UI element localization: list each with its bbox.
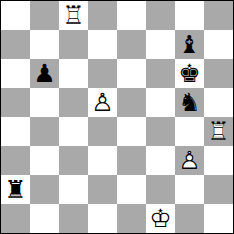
black-rook-glyph: ♜ <box>1 175 30 204</box>
white-rook-glyph: ♖ <box>59 1 88 30</box>
black-pawn-glyph: ♟ <box>30 59 59 88</box>
square-e1[interactable] <box>117 204 146 233</box>
square-a5[interactable] <box>1 88 30 117</box>
square-g4[interactable] <box>175 117 204 146</box>
square-g7[interactable]: ♝ <box>175 30 204 59</box>
square-c1[interactable] <box>59 204 88 233</box>
piece-white-pawn[interactable]: ♟♙ <box>88 88 117 117</box>
square-c4[interactable] <box>59 117 88 146</box>
square-h6[interactable] <box>204 59 233 88</box>
square-d2[interactable] <box>88 175 117 204</box>
black-knight-glyph: ♞ <box>175 88 204 117</box>
square-b2[interactable] <box>30 175 59 204</box>
square-f5[interactable] <box>146 88 175 117</box>
square-d3[interactable] <box>88 146 117 175</box>
piece-black-king[interactable]: ♚ <box>175 59 204 88</box>
square-g3[interactable]: ♟♙ <box>175 146 204 175</box>
square-a8[interactable] <box>1 1 30 30</box>
square-e7[interactable] <box>117 30 146 59</box>
square-e8[interactable] <box>117 1 146 30</box>
square-f8[interactable] <box>146 1 175 30</box>
black-bishop-glyph: ♝ <box>175 30 204 59</box>
square-g6[interactable]: ♚ <box>175 59 204 88</box>
square-f1[interactable]: ♚♔ <box>146 204 175 233</box>
square-f3[interactable] <box>146 146 175 175</box>
square-h7[interactable] <box>204 30 233 59</box>
square-c5[interactable] <box>59 88 88 117</box>
square-f6[interactable] <box>146 59 175 88</box>
piece-black-pawn[interactable]: ♟ <box>30 59 59 88</box>
square-d6[interactable] <box>88 59 117 88</box>
white-rook-glyph: ♖ <box>204 117 233 146</box>
square-g1[interactable] <box>175 204 204 233</box>
square-e5[interactable] <box>117 88 146 117</box>
square-h3[interactable] <box>204 146 233 175</box>
square-c2[interactable] <box>59 175 88 204</box>
square-c7[interactable] <box>59 30 88 59</box>
square-b6[interactable]: ♟ <box>30 59 59 88</box>
square-h5[interactable] <box>204 88 233 117</box>
square-d5[interactable]: ♟♙ <box>88 88 117 117</box>
square-h1[interactable] <box>204 204 233 233</box>
piece-black-knight[interactable]: ♞ <box>175 88 204 117</box>
square-f7[interactable] <box>146 30 175 59</box>
square-b1[interactable] <box>30 204 59 233</box>
square-f2[interactable] <box>146 175 175 204</box>
square-g8[interactable] <box>175 1 204 30</box>
piece-white-pawn[interactable]: ♟♙ <box>175 146 204 175</box>
square-h2[interactable] <box>204 175 233 204</box>
white-pawn-glyph: ♙ <box>175 146 204 175</box>
square-h8[interactable] <box>204 1 233 30</box>
square-b4[interactable] <box>30 117 59 146</box>
square-c6[interactable] <box>59 59 88 88</box>
square-e6[interactable] <box>117 59 146 88</box>
white-pawn-glyph: ♙ <box>88 88 117 117</box>
square-d4[interactable] <box>88 117 117 146</box>
white-king-glyph: ♔ <box>146 204 175 233</box>
square-g2[interactable] <box>175 175 204 204</box>
square-b7[interactable] <box>30 30 59 59</box>
square-b8[interactable] <box>30 1 59 30</box>
square-a2[interactable]: ♜ <box>1 175 30 204</box>
piece-black-rook[interactable]: ♜ <box>1 175 30 204</box>
piece-white-rook[interactable]: ♜♖ <box>59 1 88 30</box>
square-e4[interactable] <box>117 117 146 146</box>
piece-white-rook[interactable]: ♜♖ <box>204 117 233 146</box>
chess-board: ♜♖♝♟♚♟♙♞♜♖♟♙♜♚♔ <box>0 0 234 234</box>
square-b5[interactable] <box>30 88 59 117</box>
square-a7[interactable] <box>1 30 30 59</box>
piece-white-king[interactable]: ♚♔ <box>146 204 175 233</box>
square-d7[interactable] <box>88 30 117 59</box>
square-f4[interactable] <box>146 117 175 146</box>
square-a3[interactable] <box>1 146 30 175</box>
square-c3[interactable] <box>59 146 88 175</box>
square-d8[interactable] <box>88 1 117 30</box>
square-a1[interactable] <box>1 204 30 233</box>
square-b3[interactable] <box>30 146 59 175</box>
square-d1[interactable] <box>88 204 117 233</box>
square-a6[interactable] <box>1 59 30 88</box>
square-a4[interactable] <box>1 117 30 146</box>
piece-black-bishop[interactable]: ♝ <box>175 30 204 59</box>
square-g5[interactable]: ♞ <box>175 88 204 117</box>
square-h4[interactable]: ♜♖ <box>204 117 233 146</box>
square-e3[interactable] <box>117 146 146 175</box>
square-c8[interactable]: ♜♖ <box>59 1 88 30</box>
black-king-glyph: ♚ <box>175 59 204 88</box>
square-e2[interactable] <box>117 175 146 204</box>
